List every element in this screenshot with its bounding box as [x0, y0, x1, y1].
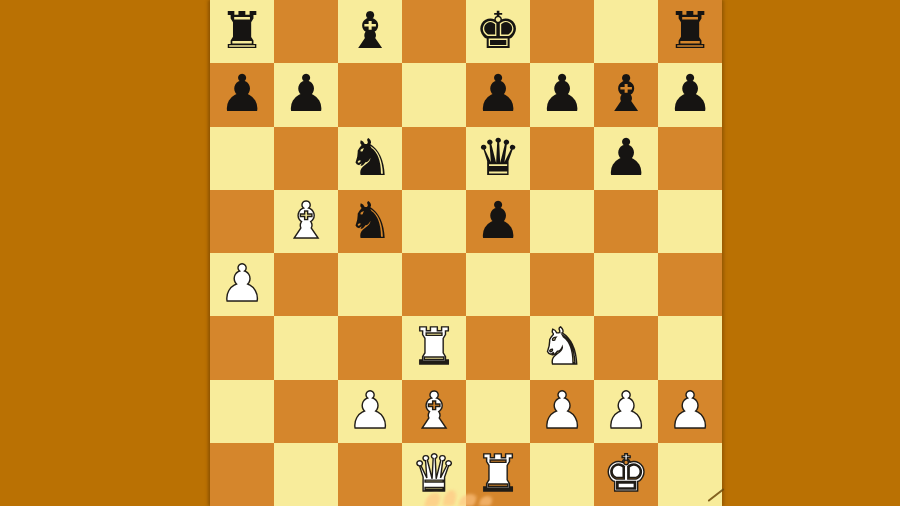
piece-black-pawn-g6[interactable]: ♟: [603, 132, 649, 183]
square-e8[interactable]: ♚: [466, 0, 530, 63]
piece-white-queen-d1[interactable]: ♛: [411, 448, 457, 499]
square-b5[interactable]: ♝: [274, 190, 338, 253]
square-h3[interactable]: [658, 316, 722, 379]
square-c6[interactable]: ♞: [338, 127, 402, 190]
square-h7[interactable]: ♟: [658, 63, 722, 126]
piece-white-pawn-f2[interactable]: ♟: [539, 385, 585, 436]
square-e6[interactable]: ♛: [466, 127, 530, 190]
piece-white-knight-f3[interactable]: ♞: [539, 321, 585, 372]
square-d1[interactable]: ♛: [402, 443, 466, 506]
square-a7[interactable]: ♟: [210, 63, 274, 126]
piece-black-pawn-e5[interactable]: ♟: [475, 195, 521, 246]
piece-white-pawn-g2[interactable]: ♟: [603, 385, 649, 436]
piece-black-knight-c6[interactable]: ♞: [347, 132, 393, 183]
square-e5[interactable]: ♟: [466, 190, 530, 253]
piece-white-bishop-b5[interactable]: ♝: [283, 195, 329, 246]
piece-black-pawn-a7[interactable]: ♟: [219, 68, 265, 119]
square-b7[interactable]: ♟: [274, 63, 338, 126]
square-a3[interactable]: [210, 316, 274, 379]
square-f6[interactable]: [530, 127, 594, 190]
square-e3[interactable]: [466, 316, 530, 379]
piece-black-rook-a8[interactable]: ♜: [219, 5, 265, 56]
square-a1[interactable]: [210, 443, 274, 506]
square-g6[interactable]: ♟: [594, 127, 658, 190]
square-d5[interactable]: [402, 190, 466, 253]
square-e1[interactable]: ♜: [466, 443, 530, 506]
square-c5[interactable]: ♞: [338, 190, 402, 253]
square-f2[interactable]: ♟: [530, 380, 594, 443]
piece-white-bishop-d2[interactable]: ♝: [411, 385, 457, 436]
square-b8[interactable]: [274, 0, 338, 63]
square-g8[interactable]: [594, 0, 658, 63]
piece-black-queen-e6[interactable]: ♛: [475, 132, 521, 183]
square-h2[interactable]: ♟: [658, 380, 722, 443]
square-b3[interactable]: [274, 316, 338, 379]
square-h6[interactable]: [658, 127, 722, 190]
square-b6[interactable]: [274, 127, 338, 190]
square-g4[interactable]: [594, 253, 658, 316]
piece-black-bishop-g7[interactable]: ♝: [603, 68, 649, 119]
square-g1[interactable]: ♚: [594, 443, 658, 506]
square-a6[interactable]: [210, 127, 274, 190]
piece-black-pawn-b7[interactable]: ♟: [283, 68, 329, 119]
piece-black-rook-h8[interactable]: ♜: [667, 5, 713, 56]
square-c4[interactable]: [338, 253, 402, 316]
square-c8[interactable]: ♝: [338, 0, 402, 63]
square-f4[interactable]: [530, 253, 594, 316]
square-d7[interactable]: [402, 63, 466, 126]
square-c3[interactable]: [338, 316, 402, 379]
square-g3[interactable]: [594, 316, 658, 379]
square-h5[interactable]: [658, 190, 722, 253]
piece-white-rook-e1[interactable]: ♜: [475, 448, 521, 499]
square-d2[interactable]: ♝: [402, 380, 466, 443]
square-b2[interactable]: [274, 380, 338, 443]
piece-white-pawn-h2[interactable]: ♟: [667, 385, 713, 436]
square-f1[interactable]: [530, 443, 594, 506]
square-a8[interactable]: ♜: [210, 0, 274, 63]
square-h4[interactable]: [658, 253, 722, 316]
square-a4[interactable]: ♟: [210, 253, 274, 316]
square-a2[interactable]: [210, 380, 274, 443]
piece-black-bishop-c8[interactable]: ♝: [347, 5, 393, 56]
page-background: ♜♝♚♜♟♟♟♟♝♟♞♛♟♝♞♟♟♜♞♟♝♟♟♟♛♜♚: [0, 0, 900, 506]
square-c7[interactable]: [338, 63, 402, 126]
piece-black-king-e8[interactable]: ♚: [475, 5, 521, 56]
square-g7[interactable]: ♝: [594, 63, 658, 126]
chess-board: ♜♝♚♜♟♟♟♟♝♟♞♛♟♝♞♟♟♜♞♟♝♟♟♟♛♜♚: [210, 0, 722, 506]
square-c2[interactable]: ♟: [338, 380, 402, 443]
piece-white-pawn-c2[interactable]: ♟: [347, 385, 393, 436]
piece-black-pawn-f7[interactable]: ♟: [539, 68, 585, 119]
square-f3[interactable]: ♞: [530, 316, 594, 379]
square-g5[interactable]: [594, 190, 658, 253]
square-g2[interactable]: ♟: [594, 380, 658, 443]
piece-black-pawn-h7[interactable]: ♟: [667, 68, 713, 119]
piece-white-king-g1[interactable]: ♚: [603, 448, 649, 499]
square-e7[interactable]: ♟: [466, 63, 530, 126]
piece-white-rook-d3[interactable]: ♜: [411, 321, 457, 372]
square-b1[interactable]: [274, 443, 338, 506]
piece-white-pawn-a4[interactable]: ♟: [219, 258, 265, 309]
square-d8[interactable]: [402, 0, 466, 63]
square-f8[interactable]: [530, 0, 594, 63]
square-f5[interactable]: [530, 190, 594, 253]
piece-black-pawn-e7[interactable]: ♟: [475, 68, 521, 119]
square-h1[interactable]: [658, 443, 722, 506]
piece-black-knight-c5[interactable]: ♞: [347, 195, 393, 246]
square-d6[interactable]: [402, 127, 466, 190]
square-h8[interactable]: ♜: [658, 0, 722, 63]
square-a5[interactable]: [210, 190, 274, 253]
square-e4[interactable]: [466, 253, 530, 316]
square-e2[interactable]: [466, 380, 530, 443]
square-c1[interactable]: [338, 443, 402, 506]
square-d3[interactable]: ♜: [402, 316, 466, 379]
square-d4[interactable]: [402, 253, 466, 316]
square-f7[interactable]: ♟: [530, 63, 594, 126]
square-b4[interactable]: [274, 253, 338, 316]
